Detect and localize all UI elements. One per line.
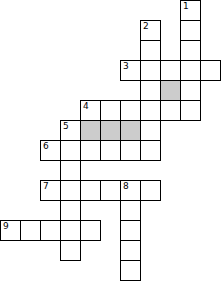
clue-number-6: 6 — [43, 141, 49, 151]
cell-r7-c6[interactable] — [120, 140, 141, 161]
cell-r3-c6[interactable]: 3 — [120, 60, 141, 81]
cell-r11-c0[interactable]: 9 — [0, 220, 21, 241]
cell-r9-c2[interactable]: 7 — [40, 180, 61, 201]
cell-r3-c7[interactable] — [140, 60, 161, 81]
crossword-board: 123456789 — [0, 0, 221, 281]
cell-r9-c6[interactable]: 8 — [120, 180, 141, 201]
cell-r11-c4[interactable] — [80, 220, 101, 241]
shaded-cell-r4-c8[interactable] — [160, 80, 181, 101]
cell-r7-c3[interactable] — [60, 140, 81, 161]
cell-r0-c9[interactable]: 1 — [180, 0, 201, 21]
cell-r5-c7[interactable] — [140, 100, 161, 121]
cell-r5-c5[interactable] — [100, 100, 121, 121]
clue-number-9: 9 — [3, 221, 9, 231]
cell-r12-c6[interactable] — [120, 240, 141, 261]
cell-r9-c5[interactable] — [100, 180, 121, 201]
shaded-cell-r6-c4[interactable] — [80, 120, 101, 141]
clue-number-8: 8 — [123, 181, 129, 191]
cell-r7-c7[interactable] — [140, 140, 161, 161]
cell-r3-c10[interactable] — [200, 60, 221, 81]
cell-r5-c8[interactable] — [160, 100, 181, 121]
cell-r7-c4[interactable] — [80, 140, 101, 161]
clue-number-1: 1 — [183, 1, 189, 11]
cell-r2-c9[interactable] — [180, 40, 201, 61]
cell-r9-c4[interactable] — [80, 180, 101, 201]
shaded-cell-r6-c6[interactable] — [120, 120, 141, 141]
cell-r11-c2[interactable] — [40, 220, 61, 241]
puzzle-canvas: 123456789 — [0, 0, 221, 281]
cell-r11-c3[interactable] — [60, 220, 81, 241]
cell-r4-c9[interactable] — [180, 80, 201, 101]
cell-r10-c3[interactable] — [60, 200, 81, 221]
clue-number-4: 4 — [83, 101, 89, 111]
cell-r12-c3[interactable] — [60, 240, 81, 261]
cell-r9-c3[interactable] — [60, 180, 81, 201]
cell-r5-c4[interactable]: 4 — [80, 100, 101, 121]
clue-number-2: 2 — [143, 21, 149, 31]
cell-r3-c8[interactable] — [160, 60, 181, 81]
cell-r11-c6[interactable] — [120, 220, 141, 241]
shaded-cell-r6-c5[interactable] — [100, 120, 121, 141]
cell-r2-c7[interactable] — [140, 40, 161, 61]
cell-r5-c9[interactable] — [180, 100, 201, 121]
cell-r8-c3[interactable] — [60, 160, 81, 181]
cell-r7-c5[interactable] — [100, 140, 121, 161]
cell-r6-c3[interactable]: 5 — [60, 120, 81, 141]
cell-r6-c7[interactable] — [140, 120, 161, 141]
clue-number-5: 5 — [63, 121, 69, 131]
cell-r13-c6[interactable] — [120, 260, 141, 281]
cell-r9-c7[interactable] — [140, 180, 161, 201]
clue-number-7: 7 — [43, 181, 49, 191]
clue-number-3: 3 — [123, 61, 129, 71]
cell-r5-c6[interactable] — [120, 100, 141, 121]
cell-r1-c9[interactable] — [180, 20, 201, 41]
cell-r1-c7[interactable]: 2 — [140, 20, 161, 41]
cell-r11-c1[interactable] — [20, 220, 41, 241]
cell-r7-c2[interactable]: 6 — [40, 140, 61, 161]
cell-r4-c7[interactable] — [140, 80, 161, 101]
cell-r3-c9[interactable] — [180, 60, 201, 81]
cell-r10-c6[interactable] — [120, 200, 141, 221]
